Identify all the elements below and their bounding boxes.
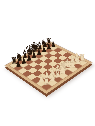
square-h2: ♟ [72, 57, 82, 63]
square-h1: ♜ [77, 60, 87, 66]
board-grid: ♜♞♝♛♚♝♞♜♟♟♟♟♟♟♟♟♟♟♟♟♟♟♟♟♜♞♝♛♚♝♞♜ [9, 43, 88, 90]
chess-set-photo: ♜♞♝♛♚♝♞♜♟♟♟♟♟♟♟♟♟♟♟♟♟♟♟♟♜♞♝♛♚♝♞♜ [0, 0, 95, 126]
board-frame: ♜♞♝♛♚♝♞♜♟♟♟♟♟♟♟♟♟♟♟♟♟♟♟♟♜♞♝♛♚♝♞♜ [5, 41, 93, 94]
